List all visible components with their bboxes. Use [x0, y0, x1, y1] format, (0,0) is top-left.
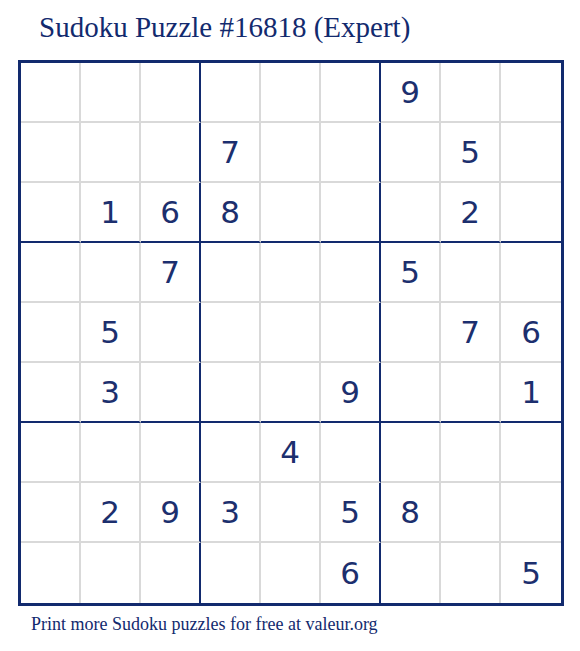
sudoku-cell-r8c2: 2: [81, 483, 141, 543]
sudoku-cell-r7c3: [141, 423, 201, 483]
sudoku-cell-r2c2: [81, 123, 141, 183]
sudoku-cell-r1c8: [441, 63, 501, 123]
sudoku-cell-r7c7: [381, 423, 441, 483]
sudoku-cell-r6c5: [261, 363, 321, 423]
sudoku-cell-r5c5: [261, 303, 321, 363]
sudoku-cell-r9c2: [81, 543, 141, 603]
sudoku-cell-r4c8: [441, 243, 501, 303]
sudoku-cell-r5c3: [141, 303, 201, 363]
sudoku-cell-r3c7: [381, 183, 441, 243]
page-title: Sudoku Puzzle #16818 (Expert): [39, 11, 410, 44]
sudoku-cell-r3c6: [321, 183, 381, 243]
sudoku-cell-r5c1: [21, 303, 81, 363]
sudoku-cell-r9c5: [261, 543, 321, 603]
sudoku-cell-r1c2: [81, 63, 141, 123]
sudoku-cell-r8c9: [501, 483, 561, 543]
sudoku-cell-r4c1: [21, 243, 81, 303]
sudoku-cell-r6c9: 1: [501, 363, 561, 423]
sudoku-cell-r1c5: [261, 63, 321, 123]
sudoku-cell-r7c6: [321, 423, 381, 483]
sudoku-cell-r4c9: [501, 243, 561, 303]
sudoku-cell-r5c4: [201, 303, 261, 363]
sudoku-cell-r4c2: [81, 243, 141, 303]
sudoku-cell-r1c9: [501, 63, 561, 123]
sudoku-cell-r1c1: [21, 63, 81, 123]
sudoku-cell-r6c1: [21, 363, 81, 423]
sudoku-cell-r9c6: 6: [321, 543, 381, 603]
sudoku-cell-r5c8: 7: [441, 303, 501, 363]
sudoku-cell-r5c9: 6: [501, 303, 561, 363]
sudoku-cell-r2c9: [501, 123, 561, 183]
sudoku-cell-r9c1: [21, 543, 81, 603]
sudoku-cell-r4c4: [201, 243, 261, 303]
sudoku-cell-r1c7: 9: [381, 63, 441, 123]
sudoku-cell-r2c1: [21, 123, 81, 183]
sudoku-cell-r2c5: [261, 123, 321, 183]
sudoku-cell-r9c7: [381, 543, 441, 603]
sudoku-cell-r6c3: [141, 363, 201, 423]
sudoku-cell-r4c3: 7: [141, 243, 201, 303]
sudoku-cell-r7c8: [441, 423, 501, 483]
sudoku-cell-r1c3: [141, 63, 201, 123]
sudoku-cell-r8c8: [441, 483, 501, 543]
sudoku-cell-r6c6: 9: [321, 363, 381, 423]
sudoku-cell-r8c1: [21, 483, 81, 543]
sudoku-board: 97516827557639142935865: [18, 60, 564, 606]
sudoku-cell-r9c9: 5: [501, 543, 561, 603]
sudoku-cell-r2c3: [141, 123, 201, 183]
sudoku-cell-r7c2: [81, 423, 141, 483]
sudoku-cell-r9c4: [201, 543, 261, 603]
sudoku-cell-r8c4: 3: [201, 483, 261, 543]
sudoku-cell-r1c6: [321, 63, 381, 123]
sudoku-cell-r3c4: 8: [201, 183, 261, 243]
sudoku-cell-r3c1: [21, 183, 81, 243]
sudoku-cell-r7c1: [21, 423, 81, 483]
sudoku-cell-r4c7: 5: [381, 243, 441, 303]
sudoku-cell-r7c5: 4: [261, 423, 321, 483]
sudoku-cell-r3c8: 2: [441, 183, 501, 243]
sudoku-cell-r6c2: 3: [81, 363, 141, 423]
sudoku-cell-r8c3: 9: [141, 483, 201, 543]
sudoku-cell-r2c4: 7: [201, 123, 261, 183]
sudoku-cell-r2c7: [381, 123, 441, 183]
sudoku-cell-r8c7: 8: [381, 483, 441, 543]
footer-credit-text: Print more Sudoku puzzles for free at va…: [31, 614, 378, 635]
sudoku-cell-r6c8: [441, 363, 501, 423]
sudoku-cell-r9c8: [441, 543, 501, 603]
sudoku-cell-r5c6: [321, 303, 381, 363]
sudoku-cell-r6c4: [201, 363, 261, 423]
sudoku-cell-r9c3: [141, 543, 201, 603]
sudoku-cell-r4c5: [261, 243, 321, 303]
sudoku-cell-r1c4: [201, 63, 261, 123]
sudoku-cell-r5c2: 5: [81, 303, 141, 363]
sudoku-cell-r2c6: [321, 123, 381, 183]
sudoku-cell-r8c5: [261, 483, 321, 543]
sudoku-cell-r7c4: [201, 423, 261, 483]
sudoku-cell-r8c6: 5: [321, 483, 381, 543]
sudoku-cell-r3c5: [261, 183, 321, 243]
sudoku-page: Sudoku Puzzle #16818 (Expert) 9751682755…: [0, 0, 580, 651]
sudoku-cell-r7c9: [501, 423, 561, 483]
sudoku-cell-r3c9: [501, 183, 561, 243]
sudoku-cell-r5c7: [381, 303, 441, 363]
sudoku-cell-r3c2: 1: [81, 183, 141, 243]
sudoku-cell-r2c8: 5: [441, 123, 501, 183]
sudoku-cell-r4c6: [321, 243, 381, 303]
sudoku-cell-r6c7: [381, 363, 441, 423]
sudoku-cell-r3c3: 6: [141, 183, 201, 243]
